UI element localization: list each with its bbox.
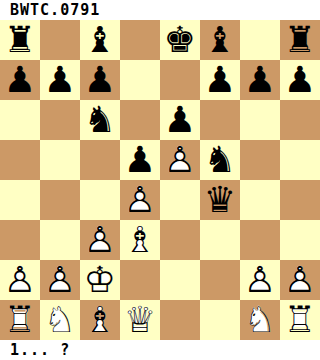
piece-outline: ♙ — [80, 220, 120, 260]
square-f8[interactable]: ♝ — [200, 20, 240, 60]
piece-black-pawn[interactable]: ♟ — [240, 60, 280, 100]
square-g6[interactable] — [240, 100, 280, 140]
piece-black-pawn[interactable]: ♟ — [280, 60, 320, 100]
square-e7[interactable] — [160, 60, 200, 100]
piece-black-pawn[interactable]: ♟ — [0, 60, 40, 100]
piece-outline: ♙ — [240, 260, 280, 300]
square-b5[interactable] — [40, 140, 80, 180]
piece-glyph: ♟ — [200, 60, 240, 100]
square-d4[interactable]: ♟♙ — [120, 180, 160, 220]
square-a1[interactable]: ♜♖ — [0, 300, 40, 340]
square-e8[interactable]: ♚ — [160, 20, 200, 60]
piece-outline: ♕ — [120, 300, 160, 340]
square-c8[interactable]: ♝ — [80, 20, 120, 60]
piece-glyph: ♜ — [280, 20, 320, 60]
piece-white-pawn[interactable]: ♟♙ — [240, 260, 280, 300]
square-e4[interactable] — [160, 180, 200, 220]
square-h7[interactable]: ♟ — [280, 60, 320, 100]
piece-black-rook[interactable]: ♜ — [280, 20, 320, 60]
piece-outline: ♙ — [160, 140, 200, 180]
piece-glyph: ♟ — [0, 60, 40, 100]
piece-outline: ♖ — [280, 300, 320, 340]
piece-glyph: ♟ — [160, 100, 200, 140]
square-f2[interactable] — [200, 260, 240, 300]
piece-black-pawn[interactable]: ♟ — [160, 100, 200, 140]
piece-black-bishop[interactable]: ♝ — [200, 20, 240, 60]
piece-white-bishop[interactable]: ♝♗ — [120, 220, 160, 260]
square-d6[interactable] — [120, 100, 160, 140]
piece-white-rook[interactable]: ♜♖ — [280, 300, 320, 340]
piece-black-rook[interactable]: ♜ — [0, 20, 40, 60]
square-f7[interactable]: ♟ — [200, 60, 240, 100]
square-d7[interactable] — [120, 60, 160, 100]
window-title: BWTC.0791 — [0, 0, 320, 20]
chess-board: ♜♝♚♝♜♟♟♟♟♟♟♞♟♟♟♙♞♟♙♛♟♙♝♗♟♙♟♙♚♔♟♙♟♙♜♖♞♘♝♗… — [0, 20, 320, 340]
piece-white-pawn[interactable]: ♟♙ — [120, 180, 160, 220]
piece-black-pawn[interactable]: ♟ — [200, 60, 240, 100]
square-e3[interactable] — [160, 220, 200, 260]
piece-glyph: ♟ — [120, 140, 160, 180]
square-b8[interactable] — [40, 20, 80, 60]
piece-black-king[interactable]: ♚ — [160, 20, 200, 60]
piece-outline: ♙ — [40, 260, 80, 300]
square-h6[interactable] — [280, 100, 320, 140]
piece-glyph: ♟ — [280, 60, 320, 100]
square-a7[interactable]: ♟ — [0, 60, 40, 100]
piece-glyph: ♜ — [0, 20, 40, 60]
piece-black-pawn[interactable]: ♟ — [40, 60, 80, 100]
square-c1[interactable]: ♝♗ — [80, 300, 120, 340]
piece-glyph: ♝ — [80, 20, 120, 60]
piece-glyph: ♝ — [200, 20, 240, 60]
square-b6[interactable] — [40, 100, 80, 140]
piece-black-bishop[interactable]: ♝ — [80, 20, 120, 60]
square-b4[interactable] — [40, 180, 80, 220]
square-e1[interactable] — [160, 300, 200, 340]
square-f1[interactable] — [200, 300, 240, 340]
square-c5[interactable] — [80, 140, 120, 180]
square-g5[interactable] — [240, 140, 280, 180]
square-h4[interactable] — [280, 180, 320, 220]
piece-glyph: ♟ — [40, 60, 80, 100]
square-b3[interactable] — [40, 220, 80, 260]
move-prompt: 1... ? — [0, 340, 320, 360]
square-a3[interactable] — [0, 220, 40, 260]
square-h5[interactable] — [280, 140, 320, 180]
piece-white-pawn[interactable]: ♟♙ — [0, 260, 40, 300]
piece-white-knight[interactable]: ♞♘ — [40, 300, 80, 340]
square-h8[interactable]: ♜ — [280, 20, 320, 60]
square-b1[interactable]: ♞♘ — [40, 300, 80, 340]
piece-black-queen[interactable]: ♛ — [200, 180, 240, 220]
square-b7[interactable]: ♟ — [40, 60, 80, 100]
piece-white-pawn[interactable]: ♟♙ — [280, 260, 320, 300]
square-g4[interactable] — [240, 180, 280, 220]
piece-white-knight[interactable]: ♞♘ — [240, 300, 280, 340]
piece-black-knight[interactable]: ♞ — [200, 140, 240, 180]
piece-outline: ♙ — [280, 260, 320, 300]
square-e6[interactable]: ♟ — [160, 100, 200, 140]
piece-glyph: ♚ — [160, 20, 200, 60]
piece-outline: ♖ — [0, 300, 40, 340]
square-d2[interactable] — [120, 260, 160, 300]
square-d8[interactable] — [120, 20, 160, 60]
piece-white-rook[interactable]: ♜♖ — [0, 300, 40, 340]
piece-glyph: ♟ — [80, 60, 120, 100]
square-f3[interactable] — [200, 220, 240, 260]
piece-white-pawn[interactable]: ♟♙ — [160, 140, 200, 180]
square-h2[interactable]: ♟♙ — [280, 260, 320, 300]
square-d3[interactable]: ♝♗ — [120, 220, 160, 260]
piece-outline: ♔ — [80, 260, 120, 300]
piece-glyph: ♟ — [240, 60, 280, 100]
piece-glyph: ♛ — [200, 180, 240, 220]
square-g7[interactable]: ♟ — [240, 60, 280, 100]
square-f5[interactable]: ♞ — [200, 140, 240, 180]
square-e5[interactable]: ♟♙ — [160, 140, 200, 180]
piece-outline: ♘ — [240, 300, 280, 340]
square-f6[interactable] — [200, 100, 240, 140]
piece-outline: ♗ — [120, 220, 160, 260]
square-h1[interactable]: ♜♖ — [280, 300, 320, 340]
piece-outline: ♙ — [0, 260, 40, 300]
square-b2[interactable]: ♟♙ — [40, 260, 80, 300]
piece-black-pawn[interactable]: ♟ — [120, 140, 160, 180]
square-g3[interactable] — [240, 220, 280, 260]
piece-outline: ♙ — [120, 180, 160, 220]
square-c3[interactable]: ♟♙ — [80, 220, 120, 260]
square-g1[interactable]: ♞♘ — [240, 300, 280, 340]
square-c2[interactable]: ♚♔ — [80, 260, 120, 300]
square-d5[interactable]: ♟ — [120, 140, 160, 180]
piece-glyph: ♞ — [200, 140, 240, 180]
piece-white-pawn[interactable]: ♟♙ — [80, 220, 120, 260]
square-g8[interactable] — [240, 20, 280, 60]
piece-white-king[interactable]: ♚♔ — [80, 260, 120, 300]
square-c7[interactable]: ♟ — [80, 60, 120, 100]
piece-white-pawn[interactable]: ♟♙ — [40, 260, 80, 300]
square-c6[interactable]: ♞ — [80, 100, 120, 140]
square-a4[interactable] — [0, 180, 40, 220]
piece-white-bishop[interactable]: ♝♗ — [80, 300, 120, 340]
square-a2[interactable]: ♟♙ — [0, 260, 40, 300]
square-c4[interactable] — [80, 180, 120, 220]
piece-black-pawn[interactable]: ♟ — [80, 60, 120, 100]
square-f4[interactable]: ♛ — [200, 180, 240, 220]
piece-outline: ♗ — [80, 300, 120, 340]
piece-outline: ♘ — [40, 300, 80, 340]
square-a6[interactable] — [0, 100, 40, 140]
square-h3[interactable] — [280, 220, 320, 260]
piece-black-knight[interactable]: ♞ — [80, 100, 120, 140]
square-d1[interactable]: ♛♕ — [120, 300, 160, 340]
square-e2[interactable] — [160, 260, 200, 300]
square-g2[interactable]: ♟♙ — [240, 260, 280, 300]
piece-white-queen[interactable]: ♛♕ — [120, 300, 160, 340]
square-a5[interactable] — [0, 140, 40, 180]
square-a8[interactable]: ♜ — [0, 20, 40, 60]
piece-glyph: ♞ — [80, 100, 120, 140]
